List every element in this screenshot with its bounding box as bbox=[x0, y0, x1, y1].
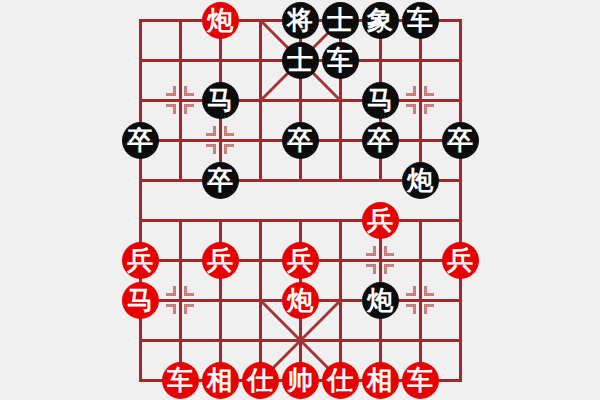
grid-line bbox=[419, 219, 422, 382]
grid-line bbox=[139, 19, 142, 382]
point-marker bbox=[224, 126, 234, 136]
piece-red-elephant[interactable]: 相 bbox=[202, 362, 239, 399]
point-marker bbox=[184, 304, 194, 314]
grid-line bbox=[179, 219, 182, 382]
point-marker bbox=[384, 264, 394, 274]
piece-black-cannon[interactable]: 炮 bbox=[362, 282, 399, 319]
point-marker bbox=[424, 304, 434, 314]
piece-black-cannon[interactable]: 炮 bbox=[402, 162, 439, 199]
point-marker bbox=[166, 86, 176, 96]
piece-red-chariot[interactable]: 车 bbox=[402, 362, 439, 399]
piece-black-general[interactable]: 将 bbox=[282, 2, 319, 39]
point-marker bbox=[366, 264, 376, 274]
piece-red-horse[interactable]: 马 bbox=[122, 282, 159, 319]
piece-red-soldier[interactable]: 兵 bbox=[282, 242, 319, 279]
piece-black-soldier[interactable]: 卒 bbox=[202, 162, 239, 199]
point-marker bbox=[184, 104, 194, 114]
xiangqi-board: 炮将士象车士车马马卒卒卒卒卒炮兵兵兵兵兵马炮炮车相仕帅仕相车 bbox=[0, 0, 600, 400]
piece-black-advisor[interactable]: 士 bbox=[322, 2, 359, 39]
point-marker bbox=[206, 126, 216, 136]
piece-red-general[interactable]: 帅 bbox=[282, 362, 319, 399]
piece-black-horse[interactable]: 马 bbox=[362, 82, 399, 119]
piece-red-soldier[interactable]: 兵 bbox=[122, 242, 159, 279]
piece-red-soldier[interactable]: 兵 bbox=[442, 242, 479, 279]
point-marker bbox=[406, 304, 416, 314]
point-marker bbox=[206, 144, 216, 154]
grid-line bbox=[459, 19, 462, 382]
point-marker bbox=[166, 286, 176, 296]
piece-red-advisor[interactable]: 仕 bbox=[242, 362, 279, 399]
point-marker bbox=[366, 246, 376, 256]
xiangqi-app: 炮将士象车士车马马卒卒卒卒卒炮兵兵兵兵兵马炮炮车相仕帅仕相车 bbox=[0, 0, 600, 400]
piece-black-chariot[interactable]: 车 bbox=[402, 2, 439, 39]
point-marker bbox=[166, 104, 176, 114]
piece-black-soldier[interactable]: 卒 bbox=[362, 122, 399, 159]
piece-red-elephant[interactable]: 相 bbox=[362, 362, 399, 399]
piece-black-elephant[interactable]: 象 bbox=[362, 2, 399, 39]
piece-red-soldier[interactable]: 兵 bbox=[202, 242, 239, 279]
point-marker bbox=[424, 104, 434, 114]
piece-black-chariot[interactable]: 车 bbox=[322, 42, 359, 79]
point-marker bbox=[406, 86, 416, 96]
point-marker bbox=[406, 286, 416, 296]
grid-line bbox=[419, 19, 422, 182]
piece-red-cannon[interactable]: 炮 bbox=[282, 282, 319, 319]
point-marker bbox=[184, 86, 194, 96]
point-marker bbox=[424, 286, 434, 296]
piece-black-advisor[interactable]: 士 bbox=[282, 42, 319, 79]
piece-black-soldier[interactable]: 卒 bbox=[442, 122, 479, 159]
point-marker bbox=[166, 304, 176, 314]
piece-black-soldier[interactable]: 卒 bbox=[282, 122, 319, 159]
piece-red-soldier[interactable]: 兵 bbox=[362, 202, 399, 239]
piece-red-cannon[interactable]: 炮 bbox=[202, 2, 239, 39]
point-marker bbox=[184, 286, 194, 296]
piece-black-soldier[interactable]: 卒 bbox=[122, 122, 159, 159]
piece-red-chariot[interactable]: 车 bbox=[162, 362, 199, 399]
piece-red-advisor[interactable]: 仕 bbox=[322, 362, 359, 399]
point-marker bbox=[224, 144, 234, 154]
grid-line bbox=[179, 19, 182, 182]
piece-black-horse[interactable]: 马 bbox=[202, 82, 239, 119]
point-marker bbox=[406, 104, 416, 114]
point-marker bbox=[384, 246, 394, 256]
point-marker bbox=[424, 86, 434, 96]
